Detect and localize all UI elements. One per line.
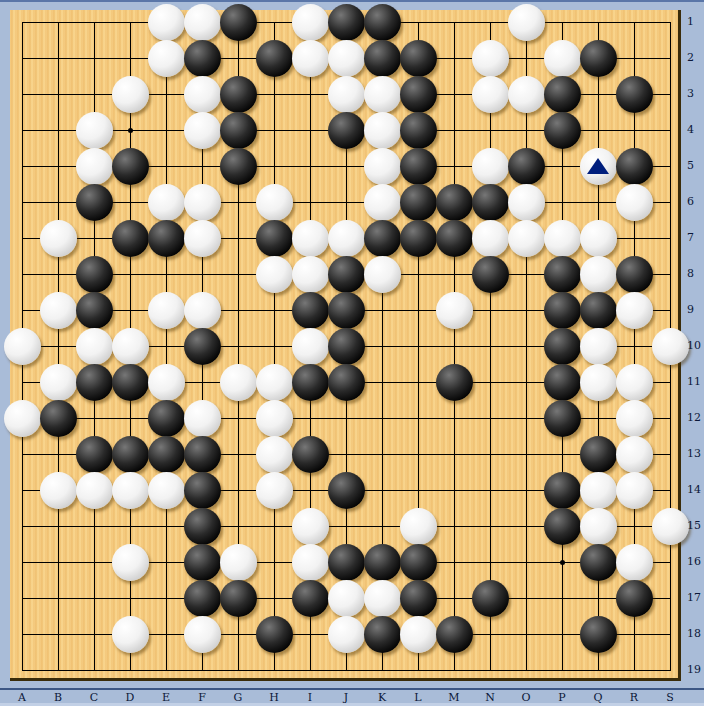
stone-black[interactable]	[292, 436, 329, 473]
row-label-3: 3	[687, 88, 703, 100]
stone-white[interactable]	[400, 616, 437, 653]
stone-white[interactable]	[544, 40, 581, 77]
stone-white[interactable]	[112, 76, 149, 113]
stone-white[interactable]	[40, 220, 77, 257]
stone-black[interactable]	[76, 184, 113, 221]
stone-white[interactable]	[148, 40, 185, 77]
row-label-11: 11	[687, 376, 703, 388]
stone-white[interactable]	[364, 184, 401, 221]
row-label-14: 14	[687, 484, 703, 496]
stone-black[interactable]	[544, 112, 581, 149]
row-label-9: 9	[687, 304, 703, 316]
stone-black[interactable]	[328, 544, 365, 581]
last-move-triangle-marker	[587, 158, 609, 174]
stone-white[interactable]	[148, 472, 185, 509]
stone-black[interactable]	[328, 328, 365, 365]
stone-white[interactable]	[652, 508, 689, 545]
stone-black[interactable]	[328, 112, 365, 149]
stone-white[interactable]	[76, 112, 113, 149]
stone-black[interactable]	[544, 364, 581, 401]
stone-white[interactable]	[616, 292, 653, 329]
stone-black[interactable]	[580, 544, 617, 581]
stone-white[interactable]	[292, 508, 329, 545]
stone-black[interactable]	[112, 148, 149, 185]
stone-black[interactable]	[580, 436, 617, 473]
stone-black[interactable]	[472, 184, 509, 221]
row-label-1: 1	[687, 16, 703, 28]
stone-white[interactable]	[616, 472, 653, 509]
stone-black[interactable]	[220, 4, 257, 41]
stone-black[interactable]	[148, 436, 185, 473]
stone-black[interactable]	[616, 76, 653, 113]
stone-black[interactable]	[400, 220, 437, 257]
stone-white[interactable]	[184, 4, 221, 41]
grid-line-vertical	[454, 22, 455, 671]
stone-black[interactable]	[184, 472, 221, 509]
grid-line-horizontal	[22, 670, 671, 671]
stone-white[interactable]	[580, 508, 617, 545]
grid-line-vertical	[526, 22, 527, 671]
stone-black[interactable]	[400, 544, 437, 581]
row-label-5: 5	[687, 160, 703, 172]
stone-white[interactable]	[184, 616, 221, 653]
stone-white[interactable]	[364, 148, 401, 185]
stone-black[interactable]	[364, 544, 401, 581]
stone-white[interactable]	[112, 328, 149, 365]
stone-black[interactable]	[184, 544, 221, 581]
row-label-12: 12	[687, 412, 703, 424]
stone-black[interactable]	[580, 616, 617, 653]
stone-white[interactable]	[148, 364, 185, 401]
stone-white[interactable]	[508, 220, 545, 257]
stone-black[interactable]	[76, 256, 113, 293]
stone-black[interactable]	[508, 148, 545, 185]
stone-black[interactable]	[436, 220, 473, 257]
stone-black[interactable]	[256, 40, 293, 77]
stone-black[interactable]	[76, 292, 113, 329]
stone-black[interactable]	[184, 328, 221, 365]
stone-white[interactable]	[40, 292, 77, 329]
row-label-17: 17	[687, 592, 703, 604]
row-label-19: 19	[687, 664, 703, 676]
stone-white[interactable]	[112, 472, 149, 509]
stone-white[interactable]	[580, 256, 617, 293]
stone-white[interactable]	[580, 472, 617, 509]
row-label-4: 4	[687, 124, 703, 136]
stone-black[interactable]	[256, 616, 293, 653]
stone-white[interactable]	[292, 40, 329, 77]
stone-white[interactable]	[472, 220, 509, 257]
stone-white[interactable]	[472, 40, 509, 77]
row-label-8: 8	[687, 268, 703, 280]
stone-white[interactable]	[40, 472, 77, 509]
stone-white[interactable]	[580, 364, 617, 401]
stone-white[interactable]	[328, 76, 365, 113]
stone-black[interactable]	[616, 148, 653, 185]
star-point	[128, 128, 133, 133]
stone-white[interactable]	[292, 328, 329, 365]
stone-white[interactable]	[364, 256, 401, 293]
stone-black[interactable]	[544, 508, 581, 545]
stone-black[interactable]	[292, 364, 329, 401]
stone-white[interactable]	[184, 292, 221, 329]
stone-white[interactable]	[328, 40, 365, 77]
stone-white[interactable]	[148, 184, 185, 221]
stone-white[interactable]	[112, 616, 149, 653]
stone-white[interactable]	[544, 220, 581, 257]
go-board-app: ABCDEFGHIJKLMNOPQRS123456789101112131415…	[0, 0, 704, 706]
row-label-15: 15	[687, 520, 703, 532]
stone-black[interactable]	[544, 292, 581, 329]
stone-white[interactable]	[652, 328, 689, 365]
frame-top-line	[0, 0, 704, 2]
stone-black[interactable]	[472, 580, 509, 617]
stone-white[interactable]	[220, 544, 257, 581]
stone-black[interactable]	[112, 220, 149, 257]
stone-white[interactable]	[616, 184, 653, 221]
stone-white[interactable]	[40, 364, 77, 401]
stone-black[interactable]	[580, 292, 617, 329]
stone-black[interactable]	[184, 40, 221, 77]
stone-white[interactable]	[184, 112, 221, 149]
stone-black[interactable]	[616, 256, 653, 293]
stone-white[interactable]	[256, 436, 293, 473]
row-label-16: 16	[687, 556, 703, 568]
row-label-7: 7	[687, 232, 703, 244]
stone-black[interactable]	[148, 400, 185, 437]
stone-black[interactable]	[220, 112, 257, 149]
row-label-10: 10	[687, 340, 703, 352]
stone-white[interactable]	[256, 184, 293, 221]
stone-white[interactable]	[184, 220, 221, 257]
stone-white[interactable]	[76, 148, 113, 185]
stone-white[interactable]	[328, 616, 365, 653]
stone-white[interactable]	[364, 76, 401, 113]
stone-white[interactable]	[400, 508, 437, 545]
stone-white[interactable]	[256, 472, 293, 509]
stone-black[interactable]	[544, 400, 581, 437]
stone-black[interactable]	[436, 364, 473, 401]
stone-black[interactable]	[256, 220, 293, 257]
stone-white[interactable]	[508, 76, 545, 113]
stone-white[interactable]	[256, 256, 293, 293]
stone-black[interactable]	[76, 436, 113, 473]
stone-white[interactable]	[364, 112, 401, 149]
stone-white[interactable]	[112, 544, 149, 581]
stone-black[interactable]	[580, 40, 617, 77]
stone-black[interactable]	[364, 220, 401, 257]
stone-white[interactable]	[76, 472, 113, 509]
stone-black[interactable]	[616, 580, 653, 617]
stone-white[interactable]	[436, 292, 473, 329]
stone-white[interactable]	[184, 184, 221, 221]
stone-white[interactable]	[4, 328, 41, 365]
stone-white[interactable]	[292, 544, 329, 581]
stone-black[interactable]	[400, 40, 437, 77]
stone-black[interactable]	[292, 580, 329, 617]
stone-black[interactable]	[184, 436, 221, 473]
stone-white[interactable]	[508, 184, 545, 221]
stone-black[interactable]	[328, 256, 365, 293]
stone-black[interactable]	[112, 364, 149, 401]
stone-black[interactable]	[292, 292, 329, 329]
stone-black[interactable]	[112, 436, 149, 473]
row-label-6: 6	[687, 196, 703, 208]
stone-black[interactable]	[400, 112, 437, 149]
stone-white[interactable]	[328, 580, 365, 617]
stone-white[interactable]	[256, 364, 293, 401]
stone-black[interactable]	[184, 508, 221, 545]
stone-black[interactable]	[544, 256, 581, 293]
stone-black[interactable]	[328, 4, 365, 41]
stone-black[interactable]	[544, 472, 581, 509]
stone-black[interactable]	[184, 580, 221, 617]
stone-white[interactable]	[292, 4, 329, 41]
stone-white[interactable]	[580, 220, 617, 257]
stone-white[interactable]	[508, 4, 545, 41]
stone-black[interactable]	[400, 148, 437, 185]
row-label-2: 2	[687, 52, 703, 64]
stone-white[interactable]	[616, 436, 653, 473]
stone-black[interactable]	[220, 76, 257, 113]
stone-black[interactable]	[364, 40, 401, 77]
stone-white[interactable]	[148, 4, 185, 41]
stone-black[interactable]	[436, 184, 473, 221]
row-label-18: 18	[687, 628, 703, 640]
stone-white[interactable]	[616, 400, 653, 437]
stone-black[interactable]	[328, 292, 365, 329]
stone-white[interactable]	[184, 400, 221, 437]
stone-white[interactable]	[220, 364, 257, 401]
stone-white[interactable]	[472, 148, 509, 185]
stone-black[interactable]	[220, 148, 257, 185]
stone-white[interactable]	[472, 76, 509, 113]
stone-white[interactable]	[256, 400, 293, 437]
stone-white[interactable]	[616, 544, 653, 581]
stone-black[interactable]	[472, 256, 509, 293]
grid-line-vertical	[490, 22, 491, 671]
stone-black[interactable]	[148, 220, 185, 257]
stone-white[interactable]	[148, 292, 185, 329]
stone-black[interactable]	[364, 616, 401, 653]
stone-white[interactable]	[76, 328, 113, 365]
row-label-13: 13	[687, 448, 703, 460]
stone-black[interactable]	[40, 400, 77, 437]
stone-white[interactable]	[616, 364, 653, 401]
stone-white[interactable]	[292, 220, 329, 257]
bottom-separator-line	[0, 688, 704, 690]
stone-white[interactable]	[292, 256, 329, 293]
stone-black[interactable]	[544, 328, 581, 365]
stone-white[interactable]	[4, 400, 41, 437]
stone-black[interactable]	[328, 472, 365, 509]
stone-black[interactable]	[400, 76, 437, 113]
stone-black[interactable]	[76, 364, 113, 401]
stone-white[interactable]	[580, 148, 617, 185]
stone-black[interactable]	[364, 4, 401, 41]
star-point	[560, 560, 565, 565]
stone-black[interactable]	[328, 364, 365, 401]
stone-white[interactable]	[580, 328, 617, 365]
stone-black[interactable]	[544, 76, 581, 113]
stone-black[interactable]	[400, 580, 437, 617]
stone-white[interactable]	[328, 220, 365, 257]
stone-white[interactable]	[364, 580, 401, 617]
stone-black[interactable]	[436, 616, 473, 653]
stone-white[interactable]	[184, 76, 221, 113]
stone-black[interactable]	[400, 184, 437, 221]
stone-black[interactable]	[220, 580, 257, 617]
